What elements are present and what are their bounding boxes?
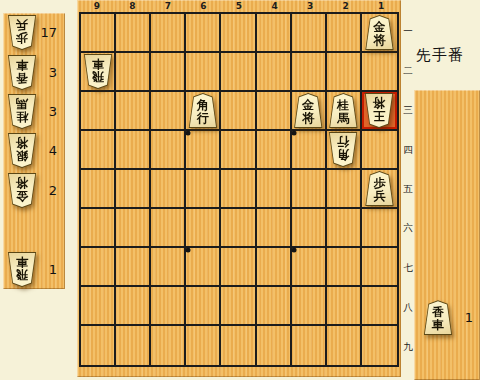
piece-kanji: 飛車: [8, 253, 36, 286]
board-cell-7-3[interactable]: [151, 92, 186, 131]
board-cell-5-2[interactable]: [221, 53, 256, 92]
board-cell-9-9[interactable]: [81, 326, 116, 365]
gote-hand-count-knight: 3: [49, 104, 57, 119]
board-cell-3-9[interactable]: [292, 326, 327, 365]
shogi-piece-rook-gote[interactable]: 飛車: [7, 252, 37, 287]
rank-label-2: 二: [402, 51, 414, 90]
board-cell-3-6[interactable]: [292, 209, 327, 248]
board-cell-3-3[interactable]: 金将: [292, 92, 327, 131]
board-cell-6-8[interactable]: [186, 287, 221, 326]
board-cell-7-8[interactable]: [151, 287, 186, 326]
gote-hand-count-pawn: 17: [40, 25, 57, 40]
sente-hand-count-lance: 1: [465, 310, 473, 325]
board-cell-9-5[interactable]: [81, 170, 116, 209]
gote-hand-slot-7-rook[interactable]: 飛車1: [3, 250, 65, 289]
gote-hand-count-lance: 3: [49, 65, 57, 80]
shogi-piece-lance-gote[interactable]: 香車: [7, 55, 37, 90]
board-cell-8-5[interactable]: [116, 170, 151, 209]
board-cell-1-9[interactable]: [362, 326, 397, 365]
board-cell-5-5[interactable]: [221, 170, 256, 209]
rank-label-1: 一: [402, 12, 414, 51]
board-cell-2-7[interactable]: [327, 248, 362, 287]
board-cell-9-1[interactable]: [81, 14, 116, 53]
board-cell-1-3[interactable]: 王将: [362, 92, 397, 131]
board-cell-7-7[interactable]: [151, 248, 186, 287]
board-cell-7-4[interactable]: [151, 131, 186, 170]
board-cell-8-4[interactable]: [116, 131, 151, 170]
board-cell-2-6[interactable]: [327, 209, 362, 248]
board-cell-2-4[interactable]: 角行: [327, 131, 362, 170]
shogi-piece-pawn-sente[interactable]: 歩兵: [364, 171, 394, 206]
file-label-4: 4: [257, 0, 293, 12]
file-label-8: 8: [115, 0, 151, 12]
hoshi-star-point: [186, 248, 191, 253]
board-cell-9-3[interactable]: [81, 92, 116, 131]
hoshi-star-point: [186, 131, 191, 136]
board-cell-5-4[interactable]: [221, 131, 256, 170]
turn-indicator: 先手番: [416, 46, 480, 65]
shogi-piece-rook-gote[interactable]: 飛車: [83, 54, 113, 89]
board-cell-1-5[interactable]: 歩兵: [362, 170, 397, 209]
rank-label-5: 五: [402, 170, 414, 209]
gote-hand-slot-3-knight[interactable]: 桂馬3: [3, 92, 65, 131]
piece-kanji: 飛車: [84, 55, 112, 88]
board-cell-5-1[interactable]: [221, 14, 256, 53]
hoshi-star-point: [292, 248, 297, 253]
board-cell-9-2[interactable]: 飛車: [81, 53, 116, 92]
board-cell-6-4[interactable]: [186, 131, 221, 170]
board-cell-4-2[interactable]: [257, 53, 292, 92]
piece-kanji: 香車: [8, 56, 36, 89]
board-cell-1-7[interactable]: [362, 248, 397, 287]
board-cell-4-8[interactable]: [257, 287, 292, 326]
rank-labels: 一二三四五六七八九: [402, 12, 414, 367]
gote-hand-slot-5-gold[interactable]: 金将2: [3, 171, 65, 210]
sente-captured-pieces-stand: 香車1: [414, 90, 480, 380]
board-cell-6-6[interactable]: [186, 209, 221, 248]
board-cell-6-7[interactable]: [186, 248, 221, 287]
rank-label-4: 四: [402, 130, 414, 169]
rank-label-6: 六: [402, 209, 414, 248]
board-cell-2-8[interactable]: [327, 287, 362, 326]
board-cell-8-1[interactable]: [116, 14, 151, 53]
board-cell-7-6[interactable]: [151, 209, 186, 248]
board-cell-8-2[interactable]: [116, 53, 151, 92]
piece-kanji: 王将: [365, 94, 393, 127]
gote-hand-count-silver: 4: [49, 143, 57, 158]
board-cell-3-4[interactable]: [292, 131, 327, 170]
gote-hand-slot-6-empty: [3, 210, 65, 249]
board-cell-5-8[interactable]: [221, 287, 256, 326]
board-cell-7-5[interactable]: [151, 170, 186, 209]
board-cell-7-2[interactable]: [151, 53, 186, 92]
board-cell-1-4[interactable]: [362, 131, 397, 170]
board-cell-8-7[interactable]: [116, 248, 151, 287]
board-cell-3-1[interactable]: [292, 14, 327, 53]
board-cell-2-2[interactable]: [327, 53, 362, 92]
piece-kanji: 香車: [424, 301, 452, 334]
gote-captured-pieces-stand: 歩兵17香車3桂馬3銀将4金将2飛車1: [3, 13, 65, 289]
gote-hand-slot-1-pawn[interactable]: 歩兵17: [3, 13, 65, 52]
shogi-piece-gold-gote[interactable]: 金将: [7, 173, 37, 208]
file-label-3: 3: [292, 0, 328, 12]
board-cell-3-2[interactable]: [292, 53, 327, 92]
sente-hand-slot-2-empty: [414, 131, 480, 172]
piece-kanji: 桂馬: [8, 95, 36, 128]
board-cell-2-1[interactable]: [327, 14, 362, 53]
board-cell-8-8[interactable]: [116, 287, 151, 326]
file-label-5: 5: [221, 0, 257, 12]
board-cell-5-3[interactable]: [221, 92, 256, 131]
hoshi-star-point: [292, 131, 297, 136]
board-cell-4-5[interactable]: [257, 170, 292, 209]
board-cell-6-1[interactable]: [186, 14, 221, 53]
gote-hand-slot-2-lance[interactable]: 香車3: [3, 52, 65, 91]
rank-label-7: 七: [402, 249, 414, 288]
sente-hand-slot-4-empty: [414, 214, 480, 255]
board-cell-1-8[interactable]: [362, 287, 397, 326]
board-cell-4-1[interactable]: [257, 14, 292, 53]
board-cell-2-3[interactable]: 桂馬: [327, 92, 362, 131]
gote-hand-count-rook: 1: [49, 262, 57, 277]
sente-hand-slot-7-empty: [414, 339, 480, 380]
gote-hand-slot-4-silver[interactable]: 銀将4: [3, 131, 65, 170]
shogi-piece-pawn-gote[interactable]: 歩兵: [7, 15, 37, 50]
shogi-piece-king-gote[interactable]: 王将: [364, 93, 394, 128]
piece-kanji: 角行: [329, 133, 357, 166]
board-cell-1-1[interactable]: 金将: [362, 14, 397, 53]
sente-hand-slot-5-empty: [414, 256, 480, 297]
shogi-piece-gold-sente[interactable]: 金将: [364, 15, 394, 50]
board-cell-8-3[interactable]: [116, 92, 151, 131]
shogi-piece-bishop-sente[interactable]: 角行: [188, 93, 218, 128]
board-cell-9-7[interactable]: [81, 248, 116, 287]
board-cell-8-6[interactable]: [116, 209, 151, 248]
file-label-1: 1: [363, 0, 399, 12]
shogi-piece-lance-sente[interactable]: 香車: [423, 300, 453, 335]
piece-kanji: 歩兵: [365, 172, 393, 205]
rank-label-9: 九: [402, 328, 414, 367]
board-cell-7-9[interactable]: [151, 326, 186, 365]
shogi-board: 987654321 金将飛車角行金将桂馬王将角行歩兵: [77, 0, 401, 377]
piece-kanji: 角行: [189, 94, 217, 127]
board-cell-4-6[interactable]: [257, 209, 292, 248]
sente-hand-slot-6-lance[interactable]: 香車1: [414, 297, 480, 338]
file-labels: 987654321: [79, 0, 399, 12]
board-cell-3-5[interactable]: [292, 170, 327, 209]
board-cell-2-9[interactable]: [327, 326, 362, 365]
board-cell-4-7[interactable]: [257, 248, 292, 287]
file-label-6: 6: [186, 0, 222, 12]
piece-kanji: 歩兵: [8, 16, 36, 49]
shogi-piece-knight-gote[interactable]: 桂馬: [7, 94, 37, 129]
board-cell-6-3[interactable]: 角行: [186, 92, 221, 131]
piece-kanji: 金将: [8, 174, 36, 207]
sente-hand-slot-1-empty: [414, 90, 480, 131]
board-cell-4-9[interactable]: [257, 326, 292, 365]
board-cell-9-6[interactable]: [81, 209, 116, 248]
file-label-2: 2: [328, 0, 364, 12]
board-cell-4-3[interactable]: [257, 92, 292, 131]
file-label-7: 7: [150, 0, 186, 12]
rank-label-3: 三: [402, 91, 414, 130]
board-cell-1-6[interactable]: [362, 209, 397, 248]
board-cell-5-7[interactable]: [221, 248, 256, 287]
shogi-piece-knight-sente[interactable]: 桂馬: [328, 93, 358, 128]
board-cell-6-5[interactable]: [186, 170, 221, 209]
piece-kanji: 桂馬: [329, 94, 357, 127]
shogi-piece-bishop-gote[interactable]: 角行: [328, 132, 358, 167]
piece-kanji: 金将: [365, 16, 393, 49]
board-cell-2-5[interactable]: [327, 170, 362, 209]
gote-hand-count-gold: 2: [49, 183, 57, 198]
rank-label-8: 八: [402, 288, 414, 327]
sente-hand-slot-3-empty: [414, 173, 480, 214]
board-cell-3-7[interactable]: [292, 248, 327, 287]
board-cell-4-4[interactable]: [257, 131, 292, 170]
shogi-piece-silver-gote[interactable]: 銀将: [7, 133, 37, 168]
board-cell-9-8[interactable]: [81, 287, 116, 326]
board-cell-3-8[interactable]: [292, 287, 327, 326]
board-cell-7-1[interactable]: [151, 14, 186, 53]
board-cell-8-9[interactable]: [116, 326, 151, 365]
board-cell-6-2[interactable]: [186, 53, 221, 92]
board-cell-5-9[interactable]: [221, 326, 256, 365]
file-label-9: 9: [79, 0, 115, 12]
piece-kanji: 金将: [294, 94, 322, 127]
board-cell-6-9[interactable]: [186, 326, 221, 365]
shogi-piece-gold-sente[interactable]: 金将: [293, 93, 323, 128]
board-cell-1-2[interactable]: [362, 53, 397, 92]
board-cell-5-6[interactable]: [221, 209, 256, 248]
piece-kanji: 銀将: [8, 134, 36, 167]
board-cell-9-4[interactable]: [81, 131, 116, 170]
board-grid: 金将飛車角行金将桂馬王将角行歩兵: [79, 12, 399, 367]
